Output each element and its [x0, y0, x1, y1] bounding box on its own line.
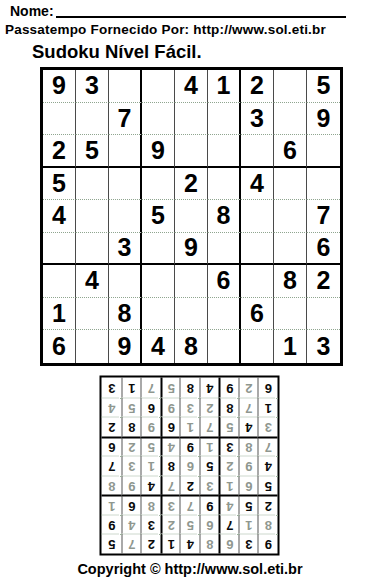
- solution-cell-r7c8: 8: [122, 417, 142, 437]
- solution-cell-r8c3: 8: [219, 397, 239, 417]
- solution-cell-r1c5: 4: [180, 534, 200, 554]
- solution-cell-r3c9: 1: [102, 495, 122, 515]
- solution-cell-r2c1: 8: [258, 514, 278, 534]
- sudoku-cell-r9c5[interactable]: 8: [175, 330, 208, 363]
- solution-cell-r6c6: 4: [161, 436, 181, 456]
- solution-cell-r6c2: 8: [239, 436, 259, 456]
- solution-cell-r6c7: 5: [141, 436, 161, 456]
- solution-cell-r7c3: 5: [219, 417, 239, 437]
- sudoku-cell-r8c6[interactable]: [208, 298, 241, 331]
- sudoku-cell-r3c4[interactable]: 9: [142, 135, 175, 168]
- solution-cell-r1c3: 6: [219, 534, 239, 554]
- sudoku-cell-r1c5[interactable]: 4: [175, 70, 208, 103]
- solution-cell-r6c5: 9: [180, 436, 200, 456]
- solution-cell-r5c9: 7: [102, 456, 122, 476]
- sudoku-cell-r9c8[interactable]: 1: [274, 330, 307, 363]
- solution-cell-r9c1: 6: [258, 378, 278, 398]
- solution-cell-r7c5: 1: [180, 417, 200, 437]
- solution-cell-r4c6: 7: [161, 475, 181, 495]
- solution-cell-r4c4: 3: [200, 475, 220, 495]
- sudoku-cell-r4c2[interactable]: [76, 168, 109, 201]
- sudoku-cell-r3c6[interactable]: [208, 135, 241, 168]
- solution-cell-r5c1: 4: [258, 456, 278, 476]
- solution-cell-r1c2: 3: [239, 534, 259, 554]
- solution-cell-r4c1: 5: [258, 475, 278, 495]
- sudoku-cell-r5c6[interactable]: 8: [208, 200, 241, 233]
- sudoku-cell-r5c9[interactable]: 7: [307, 200, 340, 233]
- solution-cell-r3c2: 5: [239, 495, 259, 515]
- sudoku-cell-r4c7[interactable]: 4: [241, 168, 274, 201]
- sudoku-cell-r9c6[interactable]: [208, 330, 241, 363]
- solution-cell-r1c9: 5: [102, 534, 122, 554]
- sudoku-cell-r3c8[interactable]: 6: [274, 135, 307, 168]
- sudoku-cell-r6c5[interactable]: 9: [175, 233, 208, 266]
- solution-cell-r9c8: 1: [122, 378, 142, 398]
- solution-cell-r2c8: 4: [122, 514, 142, 534]
- sudoku-cell-r1c3[interactable]: [109, 70, 142, 103]
- sudoku-cell-r3c1[interactable]: 2: [43, 135, 76, 168]
- solution-cell-r9c6: 5: [161, 378, 181, 398]
- sudoku-cell-r2c7[interactable]: 3: [241, 103, 274, 136]
- sudoku-cell-r6c1[interactable]: [43, 233, 76, 266]
- name-label: Nome:: [10, 3, 54, 19]
- solution-cell-r5c8: 3: [122, 456, 142, 476]
- sudoku-cell-r2c9[interactable]: 9: [307, 103, 340, 136]
- sudoku-cell-r4c5[interactable]: 2: [175, 168, 208, 201]
- solution-cell-r7c1: 3: [258, 417, 278, 437]
- sudoku-cell-r1c1[interactable]: 9: [43, 70, 76, 103]
- solution-cell-r7c4: 7: [200, 417, 220, 437]
- sudoku-cell-r8c3[interactable]: 8: [109, 298, 142, 331]
- sudoku-cell-r9c7[interactable]: [241, 330, 274, 363]
- sudoku-cell-r7c9[interactable]: 2: [307, 265, 340, 298]
- sudoku-cell-r4c3[interactable]: [109, 168, 142, 201]
- solution-cell-r8c4: 2: [200, 397, 220, 417]
- solution-cell-r6c1: 7: [258, 436, 278, 456]
- solution-cell-r3c1: 2: [258, 495, 278, 515]
- sudoku-cell-r1c9[interactable]: 5: [307, 70, 340, 103]
- sudoku-cell-r6c7[interactable]: [241, 233, 274, 266]
- solution-cell-r2c7: 3: [141, 514, 161, 534]
- solution-cell-r8c6: 9: [161, 397, 181, 417]
- provided-by-text: Passatempo Fornecido Por: http://www.sol…: [5, 22, 380, 37]
- sudoku-cell-r7c3[interactable]: [109, 265, 142, 298]
- solution-cell-r6c9: 6: [102, 436, 122, 456]
- solution-cell-r8c8: 5: [122, 397, 142, 417]
- solution-cell-r5c2: 9: [239, 456, 259, 476]
- solution-cell-r7c6: 6: [161, 417, 181, 437]
- sudoku-cell-r8c8[interactable]: [274, 298, 307, 331]
- solution-cell-r8c7: 6: [141, 397, 161, 417]
- solution-cell-r6c3: 3: [219, 436, 239, 456]
- solution-cell-r5c5: 6: [180, 456, 200, 476]
- solution-cell-r4c3: 1: [219, 475, 239, 495]
- sudoku-board: 934125739259652445873964682186694813: [40, 67, 343, 366]
- solution-cell-r2c2: 1: [239, 514, 259, 534]
- sudoku-cell-r4c9[interactable]: [307, 168, 340, 201]
- sudoku-cell-r1c8[interactable]: [274, 70, 307, 103]
- sudoku-cell-r3c5[interactable]: [175, 135, 208, 168]
- sudoku-cell-r2c6[interactable]: [208, 103, 241, 136]
- sudoku-cell-r9c4[interactable]: 4: [142, 330, 175, 363]
- sudoku-cell-r7c7[interactable]: [241, 265, 274, 298]
- solution-board-wrapper: 9368412758176523492549738615613274984925…: [0, 376, 380, 556]
- sudoku-cell-r3c7[interactable]: [241, 135, 274, 168]
- sudoku-cell-r9c3[interactable]: 9: [109, 330, 142, 363]
- solution-cell-r1c4: 8: [200, 534, 220, 554]
- solution-cell-r8c2: 7: [239, 397, 259, 417]
- solution-cell-r3c4: 9: [200, 495, 220, 515]
- solution-cell-r5c6: 8: [161, 456, 181, 476]
- sudoku-cell-r8c4[interactable]: [142, 298, 175, 331]
- solution-cell-r8c1: 1: [258, 397, 278, 417]
- sudoku-cell-r5c3[interactable]: [109, 200, 142, 233]
- sudoku-cell-r7c8[interactable]: 8: [274, 265, 307, 298]
- sudoku-cell-r8c9[interactable]: [307, 298, 340, 331]
- sudoku-cell-r9c9[interactable]: 3: [307, 330, 340, 363]
- page-title: Sudoku Nível Fácil.: [32, 41, 380, 63]
- sudoku-cell-r4c1[interactable]: 5: [43, 168, 76, 201]
- solution-cell-r3c3: 4: [219, 495, 239, 515]
- solution-cell-r2c5: 5: [180, 514, 200, 534]
- solution-cell-r2c3: 7: [219, 514, 239, 534]
- sudoku-cell-r7c6[interactable]: 6: [208, 265, 241, 298]
- sudoku-cell-r4c8[interactable]: [274, 168, 307, 201]
- name-blank-line[interactable]: [56, 16, 346, 18]
- sudoku-cell-r6c4[interactable]: [142, 233, 175, 266]
- solution-cell-r1c8: 7: [122, 534, 142, 554]
- sudoku-cell-r5c1[interactable]: 4: [43, 200, 76, 233]
- sudoku-cell-r6c9[interactable]: 6: [307, 233, 340, 266]
- solution-cell-r2c9: 9: [102, 514, 122, 534]
- sudoku-cell-r8c2[interactable]: [76, 298, 109, 331]
- solution-cell-r7c7: 9: [141, 417, 161, 437]
- sudoku-cell-r5c2[interactable]: [76, 200, 109, 233]
- sudoku-cell-r6c8[interactable]: [274, 233, 307, 266]
- sudoku-cell-r1c6[interactable]: 1: [208, 70, 241, 103]
- sudoku-cell-r7c2[interactable]: 4: [76, 265, 109, 298]
- sudoku-cell-r2c5[interactable]: [175, 103, 208, 136]
- sudoku-cell-r3c2[interactable]: 5: [76, 135, 109, 168]
- sudoku-cell-r1c2[interactable]: 3: [76, 70, 109, 103]
- sudoku-cell-r8c1[interactable]: 1: [43, 298, 76, 331]
- solution-cell-r9c5: 8: [180, 378, 200, 398]
- solution-cell-r4c8: 9: [122, 475, 142, 495]
- sudoku-worksheet-page: Nome: Passatempo Fornecido Por: http://w…: [0, 2, 380, 585]
- solution-cell-r1c1: 9: [258, 534, 278, 554]
- solution-cell-r4c7: 4: [141, 475, 161, 495]
- sudoku-cell-r7c5[interactable]: [175, 265, 208, 298]
- sudoku-cell-r2c4[interactable]: [142, 103, 175, 136]
- sudoku-cell-r2c3[interactable]: 7: [109, 103, 142, 136]
- solution-cell-r8c5: 3: [180, 397, 200, 417]
- solution-cell-r6c8: 2: [122, 436, 142, 456]
- sudoku-cell-r1c7[interactable]: 2: [241, 70, 274, 103]
- sudoku-cell-r1c4[interactable]: [142, 70, 175, 103]
- sudoku-cell-r9c2[interactable]: [76, 330, 109, 363]
- copyright-text: Copyright © http://www.sol.eti.br: [0, 561, 380, 577]
- solution-cell-r5c3: 2: [219, 456, 239, 476]
- solution-cell-r4c5: 2: [180, 475, 200, 495]
- solution-cell-r3c6: 3: [161, 495, 181, 515]
- solution-cell-r9c3: 9: [219, 378, 239, 398]
- solution-cell-r2c6: 2: [161, 514, 181, 534]
- solution-cell-r9c4: 4: [200, 378, 220, 398]
- sudoku-cell-r6c3[interactable]: 3: [109, 233, 142, 266]
- sudoku-cell-r7c1[interactable]: [43, 265, 76, 298]
- sudoku-cell-r3c3[interactable]: [109, 135, 142, 168]
- solution-cell-r3c7: 8: [141, 495, 161, 515]
- solution-cell-r3c8: 6: [122, 495, 142, 515]
- sudoku-cell-r5c7[interactable]: [241, 200, 274, 233]
- sudoku-cell-r5c8[interactable]: [274, 200, 307, 233]
- sudoku-cell-r2c2[interactable]: [76, 103, 109, 136]
- solution-cell-r1c6: 1: [161, 534, 181, 554]
- sudoku-cell-r7c4[interactable]: [142, 265, 175, 298]
- solution-cell-r4c9: 8: [102, 475, 122, 495]
- solution-cell-r9c2: 2: [239, 378, 259, 398]
- sudoku-cell-r8c7[interactable]: 6: [241, 298, 274, 331]
- sudoku-cell-r4c4[interactable]: [142, 168, 175, 201]
- sudoku-cell-r6c2[interactable]: [76, 233, 109, 266]
- solution-cell-r9c7: 7: [141, 378, 161, 398]
- solution-cell-r2c4: 6: [200, 514, 220, 534]
- solution-cell-r1c7: 2: [141, 534, 161, 554]
- sudoku-cell-r9c1[interactable]: 6: [43, 330, 76, 363]
- solution-cell-r8c9: 4: [102, 397, 122, 417]
- sudoku-cell-r5c5[interactable]: [175, 200, 208, 233]
- solution-cell-r6c4: 1: [200, 436, 220, 456]
- solution-cell-r7c9: 2: [102, 417, 122, 437]
- solution-cell-r3c5: 7: [180, 495, 200, 515]
- solution-board-rotated: 9368412758176523492549738615613274984925…: [100, 376, 280, 556]
- sudoku-cell-r3c9[interactable]: [307, 135, 340, 168]
- sudoku-cell-r5c4[interactable]: 5: [142, 200, 175, 233]
- sudoku-cell-r4c6[interactable]: [208, 168, 241, 201]
- solution-cell-r7c2: 4: [239, 417, 259, 437]
- sudoku-cell-r2c8[interactable]: [274, 103, 307, 136]
- sudoku-cell-r8c5[interactable]: [175, 298, 208, 331]
- sudoku-cell-r2c1[interactable]: [43, 103, 76, 136]
- solution-cell-r9c9: 3: [102, 378, 122, 398]
- sudoku-cell-r6c6[interactable]: [208, 233, 241, 266]
- solution-cell-r5c4: 5: [200, 456, 220, 476]
- solution-cell-r5c7: 1: [141, 456, 161, 476]
- name-row: Nome:: [10, 2, 346, 19]
- solution-cell-r4c2: 6: [239, 475, 259, 495]
